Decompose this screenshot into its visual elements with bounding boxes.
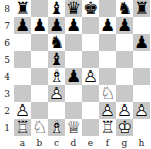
white-piece-outline: ♙ [14,102,31,119]
square-c6[interactable]: ♞ [48,34,65,51]
chess-board: 8♜♝♛♚♞♜7♟♟♟♟♟♟6♞♟5♝4♝♗♟♟♙3♟♙♞♘2♟♙♟♙♟♙♟♙1… [0,0,151,149]
board-corner-spacer [0,136,14,149]
white-piece-outline: ♙ [99,102,116,119]
file-label-h: h [133,136,150,149]
square-e1[interactable] [82,119,99,136]
black-pawn-icon: ♟ [66,68,81,85]
square-a2[interactable]: ♟♙ [14,102,31,119]
square-b7[interactable]: ♟ [31,17,48,34]
square-g8[interactable]: ♞ [116,0,133,17]
black-queen-icon: ♛ [66,0,81,17]
file-label-b: b [31,136,48,149]
white-piece-outline: ♗ [48,119,65,136]
square-d3[interactable] [65,85,82,102]
white-pawn-icon: ♟♙ [116,102,133,119]
white-piece-outline: ♖ [99,119,116,136]
square-b5[interactable] [31,51,48,68]
black-rook-icon: ♜ [15,0,30,17]
square-b3[interactable] [31,85,48,102]
square-g6[interactable] [116,34,133,51]
white-piece-outline: ♕ [65,119,82,136]
square-c3[interactable]: ♟♙ [48,85,65,102]
white-piece-outline: ♙ [133,102,150,119]
square-g2[interactable]: ♟♙ [116,102,133,119]
white-pawn-icon: ♟♙ [14,102,31,119]
white-knight-icon: ♞♘ [31,119,48,136]
square-h7[interactable] [133,17,150,34]
square-d7[interactable]: ♟ [65,17,82,34]
square-g7[interactable]: ♟ [116,17,133,34]
rank-label-6: 6 [0,34,14,51]
white-piece-outline: ♖ [14,119,31,136]
square-b6[interactable] [31,34,48,51]
black-pawn-icon: ♟ [117,17,132,34]
white-rook-icon: ♜♖ [14,119,31,136]
black-king-icon: ♚ [83,0,98,17]
white-pawn-icon: ♟♙ [133,102,150,119]
black-pawn-icon: ♟ [100,17,115,34]
square-b2[interactable] [31,102,48,119]
rank-label-1: 1 [0,119,14,136]
file-label-c: c [48,136,65,149]
white-king-icon: ♚♔ [116,119,133,136]
rank-label-4: 4 [0,68,14,85]
white-pawn-icon: ♟♙ [99,102,116,119]
square-c8[interactable]: ♝ [48,0,65,17]
black-knight-icon: ♞ [49,34,64,51]
square-d4[interactable]: ♟ [65,68,82,85]
square-f2[interactable]: ♟♙ [99,102,116,119]
file-label-g: g [116,136,133,149]
black-pawn-icon: ♟ [66,17,81,34]
square-f1[interactable]: ♜♖ [99,119,116,136]
white-piece-outline: ♔ [116,119,133,136]
square-a7[interactable]: ♟ [14,17,31,34]
white-bishop-icon: ♝♗ [48,68,65,85]
square-h2[interactable]: ♟♙ [133,102,150,119]
black-pawn-icon: ♟ [32,17,47,34]
square-b1[interactable]: ♞♘ [31,119,48,136]
square-a1[interactable]: ♜♖ [14,119,31,136]
square-c7[interactable]: ♟ [48,17,65,34]
square-h1[interactable] [133,119,150,136]
square-g5[interactable] [116,51,133,68]
square-d1[interactable]: ♛♕ [65,119,82,136]
square-e2[interactable] [82,102,99,119]
square-c2[interactable] [48,102,65,119]
square-a3[interactable] [14,85,31,102]
square-g3[interactable] [116,85,133,102]
white-queen-icon: ♛♕ [65,119,82,136]
file-label-f: f [99,136,116,149]
file-label-e: e [82,136,99,149]
square-c4[interactable]: ♝♗ [48,68,65,85]
rank-label-5: 5 [0,51,14,68]
square-h3[interactable] [133,85,150,102]
white-piece-outline: ♙ [82,68,99,85]
square-c5[interactable]: ♝ [48,51,65,68]
square-a5[interactable] [14,51,31,68]
black-pawn-icon: ♟ [49,17,64,34]
file-label-d: d [65,136,82,149]
square-e6[interactable] [82,34,99,51]
square-f5[interactable] [99,51,116,68]
square-c1[interactable]: ♝♗ [48,119,65,136]
white-piece-outline: ♙ [48,85,65,102]
black-pawn-icon: ♟ [134,34,149,51]
square-f3[interactable]: ♞♘ [99,85,116,102]
square-d6[interactable] [65,34,82,51]
white-piece-outline: ♗ [48,68,65,85]
square-g1[interactable]: ♚♔ [116,119,133,136]
square-b8[interactable] [31,0,48,17]
square-h5[interactable] [133,51,150,68]
black-rook-icon: ♜ [134,0,149,17]
white-pawn-icon: ♟♙ [82,68,99,85]
white-knight-icon: ♞♘ [99,85,116,102]
black-pawn-icon: ♟ [15,17,30,34]
white-rook-icon: ♜♖ [99,119,116,136]
square-h4[interactable] [133,68,150,85]
square-g4[interactable] [116,68,133,85]
square-f4[interactable] [99,68,116,85]
square-b4[interactable] [31,68,48,85]
white-bishop-icon: ♝♗ [48,119,65,136]
square-f7[interactable]: ♟ [99,17,116,34]
black-bishop-icon: ♝ [49,51,64,68]
square-a8[interactable]: ♜ [14,0,31,17]
square-a4[interactable] [14,68,31,85]
rank-label-7: 7 [0,17,14,34]
white-piece-outline: ♘ [99,85,116,102]
square-a6[interactable] [14,34,31,51]
square-e3[interactable] [82,85,99,102]
square-d8[interactable]: ♛ [65,0,82,17]
white-piece-outline: ♘ [31,119,48,136]
square-f6[interactable] [99,34,116,51]
square-h6[interactable]: ♟ [133,34,150,51]
rank-label-8: 8 [0,0,14,17]
square-d2[interactable] [65,102,82,119]
white-piece-outline: ♙ [116,102,133,119]
square-e8[interactable]: ♚ [82,0,99,17]
black-knight-icon: ♞ [117,0,132,17]
square-f8[interactable] [99,0,116,17]
rank-label-3: 3 [0,85,14,102]
square-h8[interactable]: ♜ [133,0,150,17]
black-bishop-icon: ♝ [49,0,64,17]
rank-label-2: 2 [0,102,14,119]
white-pawn-icon: ♟♙ [48,85,65,102]
square-e4[interactable]: ♟♙ [82,68,99,85]
square-e7[interactable] [82,17,99,34]
square-e5[interactable] [82,51,99,68]
square-d5[interactable] [65,51,82,68]
file-label-a: a [14,136,31,149]
